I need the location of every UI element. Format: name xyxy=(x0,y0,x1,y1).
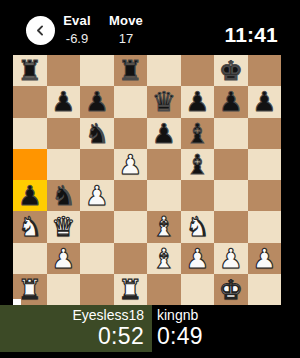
square-b3[interactable]: ♛ xyxy=(47,211,81,242)
square-e2[interactable]: ♝ xyxy=(147,243,181,274)
move-label: Move xyxy=(101,13,151,28)
piece-black-knight-c6: ♞ xyxy=(80,118,114,149)
square-h7[interactable]: ♟ xyxy=(248,86,282,117)
piece-white-pawn-g2: ♟ xyxy=(214,243,248,274)
square-h5[interactable] xyxy=(248,149,282,180)
square-c8[interactable] xyxy=(80,55,114,86)
square-d2[interactable] xyxy=(114,243,148,274)
square-d1[interactable]: ♜ xyxy=(114,274,148,305)
square-f2[interactable]: ♟ xyxy=(181,243,215,274)
square-c1[interactable] xyxy=(80,274,114,305)
square-f6[interactable]: ♝ xyxy=(181,118,215,149)
player-name-black: kingnb xyxy=(157,307,292,323)
square-f7[interactable]: ♟ xyxy=(181,86,215,117)
square-g6[interactable] xyxy=(214,118,248,149)
square-e7[interactable]: ♛ xyxy=(147,86,181,117)
back-button[interactable] xyxy=(26,16,55,45)
piece-white-pawn-h2: ♟ xyxy=(248,243,282,274)
square-g3[interactable] xyxy=(214,211,248,242)
watch-screen: { "header": { "back_icon": "chevron-left… xyxy=(0,0,300,358)
player-panel-white: Eyesless18 0:52 xyxy=(0,305,152,352)
square-a6[interactable] xyxy=(13,118,47,149)
square-a3[interactable]: ♞ xyxy=(13,211,47,242)
piece-white-pawn-f2: ♟ xyxy=(181,243,215,274)
player-clock-white: 0:52 xyxy=(8,324,144,349)
square-d7[interactable] xyxy=(114,86,148,117)
square-b4[interactable]: ♞ xyxy=(47,180,81,211)
square-c2[interactable] xyxy=(80,243,114,274)
player-clock-black: 0:49 xyxy=(157,324,292,349)
piece-white-king-g1: ♚ xyxy=(214,274,248,305)
square-g8[interactable]: ♚ xyxy=(214,55,248,86)
piece-white-pawn-b2: ♟ xyxy=(47,243,81,274)
square-g1[interactable]: ♚ xyxy=(214,274,248,305)
square-c7[interactable]: ♟ xyxy=(80,86,114,117)
square-b2[interactable]: ♟ xyxy=(47,243,81,274)
piece-white-queen-b3: ♛ xyxy=(47,211,81,242)
square-f3[interactable]: ♞ xyxy=(181,211,215,242)
top-bar: Eval -6.9 Move 17 11:41 xyxy=(0,0,300,55)
square-h6[interactable] xyxy=(248,118,282,149)
square-g4[interactable] xyxy=(214,180,248,211)
piece-black-rook-a8: ♜ xyxy=(13,55,47,86)
piece-white-knight-f3: ♞ xyxy=(181,211,215,242)
piece-white-rook-d1: ♜ xyxy=(114,274,148,305)
piece-black-queen-e7: ♛ xyxy=(147,86,181,117)
square-c4[interactable]: ♟ xyxy=(80,180,114,211)
square-a2[interactable] xyxy=(13,243,47,274)
piece-black-rook-d8: ♜ xyxy=(114,55,148,86)
piece-black-pawn-a4: ♟ xyxy=(13,180,47,211)
square-f4[interactable] xyxy=(181,180,215,211)
piece-white-bishop-e2: ♝ xyxy=(147,243,181,274)
square-d4[interactable] xyxy=(114,180,148,211)
eval-label: Eval xyxy=(57,13,97,28)
square-a4[interactable]: ♟ xyxy=(13,180,47,211)
piece-black-pawn-c7: ♟ xyxy=(80,86,114,117)
square-b8[interactable] xyxy=(47,55,81,86)
square-b6[interactable] xyxy=(47,118,81,149)
square-a5[interactable] xyxy=(13,149,47,180)
square-e5[interactable] xyxy=(147,149,181,180)
player-bar: Eyesless18 0:52 kingnb 0:49 xyxy=(0,305,300,352)
piece-white-pawn-d5: ♟ xyxy=(114,149,148,180)
piece-black-bishop-f5: ♝ xyxy=(181,149,215,180)
square-b7[interactable]: ♟ xyxy=(47,86,81,117)
piece-black-pawn-b7: ♟ xyxy=(47,86,81,117)
piece-white-knight-a3: ♞ xyxy=(13,211,47,242)
square-g2[interactable]: ♟ xyxy=(214,243,248,274)
piece-black-pawn-f7: ♟ xyxy=(181,86,215,117)
player-panel-black: kingnb 0:49 xyxy=(152,305,300,352)
square-d6[interactable] xyxy=(114,118,148,149)
square-f5[interactable]: ♝ xyxy=(181,149,215,180)
square-a7[interactable] xyxy=(13,86,47,117)
square-h2[interactable]: ♟ xyxy=(248,243,282,274)
square-d3[interactable] xyxy=(114,211,148,242)
piece-white-bishop-e3: ♝ xyxy=(147,211,181,242)
square-d5[interactable]: ♟ xyxy=(114,149,148,180)
square-f1[interactable] xyxy=(181,274,215,305)
square-c5[interactable] xyxy=(80,149,114,180)
piece-black-knight-b4: ♞ xyxy=(47,180,81,211)
piece-white-pawn-c4: ♟ xyxy=(80,180,114,211)
eval-value: -6.9 xyxy=(57,31,97,46)
square-h4[interactable] xyxy=(248,180,282,211)
square-e8[interactable] xyxy=(147,55,181,86)
piece-black-pawn-h7: ♟ xyxy=(248,86,282,117)
square-h8[interactable] xyxy=(248,55,282,86)
square-a8[interactable]: ♜ xyxy=(13,55,47,86)
back-icon xyxy=(33,23,48,38)
player-name-white: Eyesless18 xyxy=(8,307,144,323)
system-clock: 11:41 xyxy=(224,23,278,47)
move-value: 17 xyxy=(101,31,151,46)
piece-black-pawn-g7: ♟ xyxy=(214,86,248,117)
square-g7[interactable]: ♟ xyxy=(214,86,248,117)
square-e4[interactable] xyxy=(147,180,181,211)
move-stat: Move 17 xyxy=(101,13,151,46)
piece-black-bishop-f6: ♝ xyxy=(181,118,215,149)
square-e3[interactable]: ♝ xyxy=(147,211,181,242)
eval-stat: Eval -6.9 xyxy=(57,13,97,46)
square-f8[interactable] xyxy=(181,55,215,86)
square-e1[interactable] xyxy=(147,274,181,305)
square-c3[interactable] xyxy=(80,211,114,242)
square-h1[interactable] xyxy=(248,274,282,305)
piece-black-pawn-e6: ♟ xyxy=(147,118,181,149)
square-g5[interactable] xyxy=(214,149,248,180)
chess-board: ♜♜♚♟♟♛♟♟♟♞♟♝♟♝♟♞♟♞♛♝♞♟♝♟♟♟♜♜♚ xyxy=(13,55,281,305)
square-c6[interactable]: ♞ xyxy=(80,118,114,149)
square-b1[interactable] xyxy=(47,274,81,305)
piece-black-king-g8: ♚ xyxy=(214,55,248,86)
square-e6[interactable]: ♟ xyxy=(147,118,181,149)
square-b5[interactable] xyxy=(47,149,81,180)
square-d8[interactable]: ♜ xyxy=(114,55,148,86)
square-h3[interactable] xyxy=(248,211,282,242)
